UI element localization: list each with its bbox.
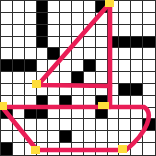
grid-cell[interactable]	[72, 131, 84, 143]
grid-cell[interactable]	[84, 84, 96, 96]
grid-cell-filled[interactable]	[1, 60, 13, 72]
grid-cell[interactable]	[131, 72, 143, 84]
grid-cell[interactable]	[13, 108, 25, 120]
grid-cell[interactable]	[25, 143, 37, 155]
grid-cell[interactable]	[13, 143, 25, 155]
grid-cell[interactable]	[72, 108, 84, 120]
grid-cell[interactable]	[96, 84, 108, 96]
grid-cell-filled[interactable]	[131, 84, 143, 96]
grid-cell[interactable]	[25, 84, 37, 96]
grid-cell-filled[interactable]	[60, 131, 72, 143]
grid-cell[interactable]	[48, 37, 60, 49]
grid-cell[interactable]	[108, 1, 120, 13]
grid-cell[interactable]	[108, 84, 120, 96]
grid-cell[interactable]	[72, 60, 84, 72]
grid-cell[interactable]	[37, 143, 49, 155]
grid-cell[interactable]	[84, 119, 96, 131]
grid-cell-filled[interactable]	[143, 119, 155, 131]
grid-cell[interactable]	[1, 72, 13, 84]
grid-cell[interactable]	[131, 13, 143, 25]
grid-cell[interactable]	[131, 48, 143, 60]
grid-cell[interactable]	[108, 60, 120, 72]
grid-cell[interactable]	[1, 84, 13, 96]
grid-cell[interactable]	[108, 131, 120, 143]
grid-cell-filled[interactable]	[37, 108, 49, 120]
grid-cell[interactable]	[48, 96, 60, 108]
grid-cell[interactable]	[131, 1, 143, 13]
grid-cell[interactable]	[72, 48, 84, 60]
grid-cell[interactable]	[1, 119, 13, 131]
grid-cell[interactable]	[48, 143, 60, 155]
grid-cell[interactable]	[131, 25, 143, 37]
grid-cell-filled[interactable]	[72, 72, 84, 84]
grid-cell[interactable]	[37, 60, 49, 72]
grid-cell[interactable]	[13, 25, 25, 37]
grid-cell[interactable]	[131, 119, 143, 131]
grid-cell[interactable]	[25, 48, 37, 60]
grid-cell-filled[interactable]	[37, 13, 49, 25]
grid-cell[interactable]	[108, 25, 120, 37]
grid-cell[interactable]	[1, 96, 13, 108]
grid-cell[interactable]	[13, 48, 25, 60]
grid-cell[interactable]	[96, 48, 108, 60]
grid-cell[interactable]	[143, 96, 155, 108]
grid-cell[interactable]	[143, 84, 155, 96]
grid-cell[interactable]	[60, 13, 72, 25]
grid-cell[interactable]	[108, 13, 120, 25]
grid-cell[interactable]	[108, 143, 120, 155]
grid-cell-filled[interactable]	[25, 60, 37, 72]
grid-cell[interactable]	[60, 84, 72, 96]
grid-cell[interactable]	[60, 108, 72, 120]
grid-cell-filled[interactable]	[37, 25, 49, 37]
grid-cell[interactable]	[108, 48, 120, 60]
grid-cell[interactable]	[25, 37, 37, 49]
grid-cell-filled[interactable]	[37, 1, 49, 13]
grid-cell[interactable]	[96, 72, 108, 84]
grid-cell[interactable]	[131, 96, 143, 108]
grid-cell-filled[interactable]	[96, 1, 108, 13]
grid-cell[interactable]	[131, 108, 143, 120]
grid-cell-filled[interactable]	[37, 96, 49, 108]
grid-cell[interactable]	[84, 131, 96, 143]
grid-cell-filled[interactable]	[131, 37, 143, 49]
grid-cell-filled[interactable]	[108, 37, 120, 49]
grid-cell[interactable]	[37, 84, 49, 96]
grid-cell[interactable]	[96, 25, 108, 37]
grid-cell[interactable]	[37, 48, 49, 60]
grid-cell[interactable]	[84, 37, 96, 49]
grid-cell[interactable]	[84, 1, 96, 13]
grid-cell[interactable]	[13, 1, 25, 13]
grid-cell[interactable]	[119, 96, 131, 108]
grid-cell[interactable]	[48, 72, 60, 84]
grid-cell-filled[interactable]	[48, 48, 60, 60]
grid-cell-filled[interactable]	[13, 60, 25, 72]
grid-cell[interactable]	[108, 72, 120, 84]
grid-cell[interactable]	[13, 13, 25, 25]
grid-cell[interactable]	[25, 96, 37, 108]
grid-cell[interactable]	[60, 72, 72, 84]
grid-cell[interactable]	[119, 72, 131, 84]
grid-cell[interactable]	[1, 48, 13, 60]
grid-cell-filled[interactable]	[96, 108, 108, 120]
grid-cell[interactable]	[143, 60, 155, 72]
grid-cell-filled[interactable]	[1, 108, 13, 120]
grid-cell[interactable]	[72, 1, 84, 13]
grid-cell-filled[interactable]	[25, 108, 37, 120]
grid-cell[interactable]	[108, 96, 120, 108]
grid-cell[interactable]	[119, 119, 131, 131]
grid-cell[interactable]	[131, 131, 143, 143]
grid-cell[interactable]	[48, 60, 60, 72]
grid-cell[interactable]	[25, 119, 37, 131]
grid-cell[interactable]	[25, 25, 37, 37]
grid-cell-filled[interactable]	[60, 96, 72, 108]
grid-cell[interactable]	[25, 131, 37, 143]
grid-cell-filled[interactable]	[96, 96, 108, 108]
grid-cell[interactable]	[119, 108, 131, 120]
grid-cell[interactable]	[72, 13, 84, 25]
grid-cell[interactable]	[108, 119, 120, 131]
grid-cell[interactable]	[72, 84, 84, 96]
grid-cell[interactable]	[108, 108, 120, 120]
grid-cell[interactable]	[143, 1, 155, 13]
grid-cell[interactable]	[60, 25, 72, 37]
grid-cell[interactable]	[84, 13, 96, 25]
grid-cell[interactable]	[37, 131, 49, 143]
grid-cell[interactable]	[96, 131, 108, 143]
grid-cell[interactable]	[96, 143, 108, 155]
grid-cell[interactable]	[119, 1, 131, 13]
grid-cell[interactable]	[119, 143, 131, 155]
grid-cell[interactable]	[84, 108, 96, 120]
grid-cell-filled[interactable]	[84, 60, 96, 72]
grid-cell[interactable]	[84, 143, 96, 155]
grid-cell[interactable]	[143, 131, 155, 143]
grid-cell[interactable]	[1, 37, 13, 49]
grid-cell[interactable]	[143, 143, 155, 155]
grid-cell[interactable]	[48, 25, 60, 37]
grid-cell[interactable]	[96, 13, 108, 25]
grid-cell[interactable]	[48, 13, 60, 25]
grid-cell[interactable]	[13, 131, 25, 143]
grid-cell-filled[interactable]	[1, 143, 13, 155]
grid-cell[interactable]	[72, 25, 84, 37]
grid-cell[interactable]	[72, 119, 84, 131]
grid-cell[interactable]	[143, 72, 155, 84]
grid-cell[interactable]	[96, 37, 108, 49]
grid-cell[interactable]	[119, 25, 131, 37]
grid-cell[interactable]	[48, 84, 60, 96]
grid-cell-filled[interactable]	[37, 37, 49, 49]
grid-cell[interactable]	[48, 108, 60, 120]
grid-cell[interactable]	[60, 60, 72, 72]
grid-cell[interactable]	[13, 119, 25, 131]
grid-cell[interactable]	[131, 60, 143, 72]
grid-cell[interactable]	[96, 119, 108, 131]
grid-cell[interactable]	[119, 131, 131, 143]
grid-cell[interactable]	[60, 1, 72, 13]
grid-cell[interactable]	[143, 48, 155, 60]
grid-cell[interactable]	[13, 37, 25, 49]
grid-cell[interactable]	[72, 96, 84, 108]
grid-cell[interactable]	[1, 25, 13, 37]
grid-cell[interactable]	[48, 119, 60, 131]
grid-cell[interactable]	[48, 131, 60, 143]
puzzle-screenshot	[0, 0, 156, 156]
grid-cell[interactable]	[60, 119, 72, 131]
grid-cell[interactable]	[25, 13, 37, 25]
grid-cell[interactable]	[96, 60, 108, 72]
grid-cell[interactable]	[72, 143, 84, 155]
grid-cell[interactable]	[37, 72, 49, 84]
grid-cell-filled[interactable]	[119, 37, 131, 49]
grid-cell-filled[interactable]	[119, 84, 131, 96]
grid-cell[interactable]	[143, 108, 155, 120]
grid-cell[interactable]	[25, 1, 37, 13]
grid-cell[interactable]	[1, 1, 13, 13]
grid-cell[interactable]	[1, 13, 13, 25]
grid-cell[interactable]	[84, 72, 96, 84]
grid-cell[interactable]	[119, 48, 131, 60]
grid-cell[interactable]	[13, 84, 25, 96]
grid-cell[interactable]	[119, 60, 131, 72]
grid-cell[interactable]	[13, 96, 25, 108]
grid-cell[interactable]	[72, 37, 84, 49]
grid-cell[interactable]	[60, 37, 72, 49]
grid-cell[interactable]	[13, 72, 25, 84]
grid-cell[interactable]	[37, 119, 49, 131]
grid-cell[interactable]	[48, 1, 60, 13]
grid-cell[interactable]	[143, 25, 155, 37]
grid-cell[interactable]	[1, 131, 13, 143]
grid-cell[interactable]	[84, 48, 96, 60]
grid-cell[interactable]	[119, 13, 131, 25]
grid-cell[interactable]	[84, 96, 96, 108]
puzzle-board	[0, 0, 156, 156]
grid-cell[interactable]	[60, 48, 72, 60]
grid-cell[interactable]	[84, 25, 96, 37]
grid-cell[interactable]	[25, 72, 37, 84]
grid-cell[interactable]	[143, 13, 155, 25]
grid-cell-filled[interactable]	[143, 37, 155, 49]
grid-cell[interactable]	[60, 143, 72, 155]
grid-cell[interactable]	[131, 143, 143, 155]
